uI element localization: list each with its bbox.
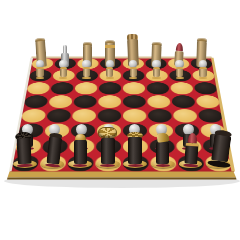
- piece-ring: [106, 77, 114, 79]
- piece-black-king-e8[interactable]: [101, 128, 115, 167]
- piece-body: [101, 138, 115, 164]
- piece-black-knight-b8[interactable]: [184, 132, 199, 167]
- piece-body: [17, 137, 32, 164]
- piece-white-pawn-g2[interactable]: [59, 60, 68, 79]
- piece-body: [211, 134, 231, 162]
- piece-black-queen-d8[interactable]: [128, 132, 142, 167]
- piece-body: [83, 67, 90, 76]
- piece-black-bishop-f8[interactable]: [74, 134, 87, 167]
- piece-body: [184, 142, 198, 165]
- piece-body: [156, 142, 169, 165]
- piece-body: [199, 67, 206, 76]
- piece-white-pawn-a2[interactable]: [198, 60, 207, 79]
- piece-ring: [59, 77, 67, 79]
- piece-ring: [183, 164, 198, 168]
- piece-cap: [188, 132, 198, 142]
- pieces-layer: [0, 0, 240, 240]
- piece-white-pawn-e2[interactable]: [105, 60, 114, 79]
- piece-body: [153, 67, 160, 76]
- piece-body: [36, 67, 43, 76]
- piece-body: [60, 67, 67, 76]
- piece-white-pawn-d2[interactable]: [129, 60, 138, 79]
- piece-white-pawn-h2[interactable]: [35, 60, 44, 79]
- piece-ring: [82, 77, 90, 79]
- piece-ring: [152, 77, 160, 79]
- piece-white-pawn-b2[interactable]: [175, 60, 184, 79]
- piece-body: [130, 67, 137, 76]
- piece-black-rook-h8[interactable]: [16, 131, 32, 167]
- piece-cap: [157, 132, 170, 142]
- chess-set-photo: [0, 0, 240, 240]
- piece-ring: [128, 164, 143, 167]
- piece-body: [74, 140, 87, 164]
- piece-ring: [176, 77, 184, 79]
- piece-ring: [156, 164, 170, 167]
- piece-body: [128, 137, 142, 164]
- piece-ring: [100, 164, 115, 167]
- piece-white-pawn-c2[interactable]: [152, 60, 161, 79]
- piece-ring: [199, 77, 207, 79]
- piece-ring: [36, 77, 44, 79]
- piece-white-pawn-f2[interactable]: [82, 60, 91, 79]
- piece-ring: [73, 164, 87, 167]
- piece-body: [176, 67, 183, 76]
- piece-ring: [129, 77, 137, 79]
- piece-body: [106, 67, 113, 76]
- piece-cap: [99, 128, 116, 138]
- piece-ring: [17, 164, 33, 168]
- piece-black-bishop-c8[interactable]: [156, 133, 169, 167]
